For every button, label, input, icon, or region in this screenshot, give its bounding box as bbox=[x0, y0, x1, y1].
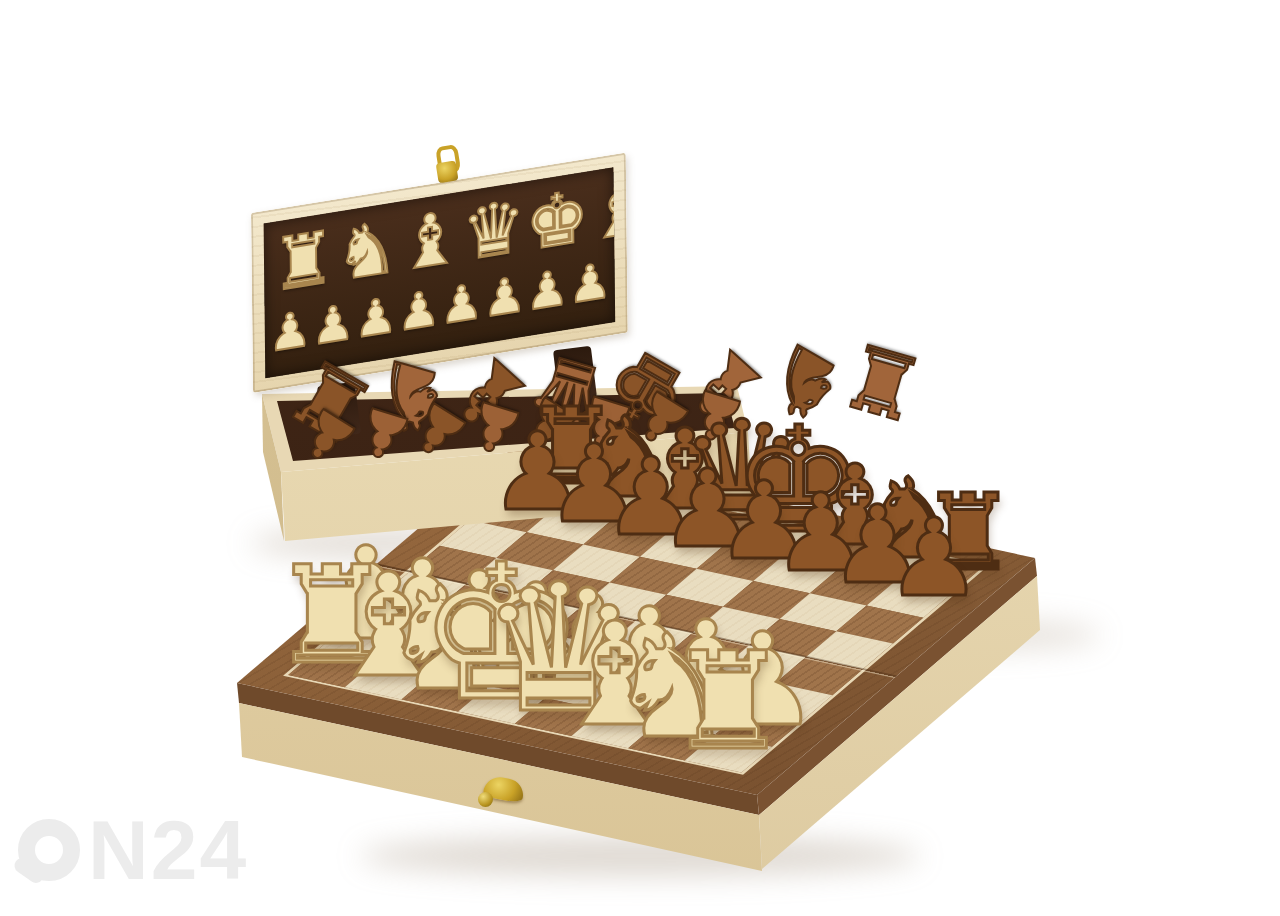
stored-piece-white-pawn: ♟ bbox=[568, 257, 611, 310]
stored-piece-white-knight: ♞ bbox=[335, 211, 399, 289]
stored-piece-white-pawn: ♟ bbox=[397, 285, 440, 338]
watermark: N24 bbox=[18, 818, 248, 882]
stored-piece-white-bishop: ♝ bbox=[588, 170, 615, 248]
stored-piece-white-pawn: ♟ bbox=[268, 305, 311, 358]
stored-piece-white-queen: ♛ bbox=[462, 191, 526, 269]
stored-piece-white-king: ♚ bbox=[525, 181, 589, 259]
lid-hasp-icon bbox=[433, 145, 459, 186]
hasp-tongue bbox=[436, 160, 459, 183]
stored-piece-white-pawn: ♟ bbox=[354, 292, 397, 345]
stored-piece-white-bishop: ♝ bbox=[398, 201, 462, 279]
stored-piece-white-rook: ♜ bbox=[271, 222, 335, 300]
watermark-text: N24 bbox=[88, 818, 248, 882]
product-photo-scene: ♜♞♝♛♚♝♞♜ ♟♟♟♟♟♟♟♟ ♜♞♝♛♚♝♞♜ ♟♟♟♟♟♟♟♟ ♜♞♝♛… bbox=[0, 0, 1280, 916]
clasp-knob bbox=[478, 792, 493, 807]
stored-piece-black-rook: ♜ bbox=[834, 330, 933, 432]
board-clasp-icon bbox=[478, 776, 534, 814]
stored-piece-white-pawn: ♟ bbox=[526, 264, 569, 317]
stored-piece-white-pawn: ♟ bbox=[483, 271, 526, 324]
watermark-magnifier-o-icon bbox=[18, 819, 80, 881]
stored-piece-white-pawn: ♟ bbox=[440, 278, 483, 331]
